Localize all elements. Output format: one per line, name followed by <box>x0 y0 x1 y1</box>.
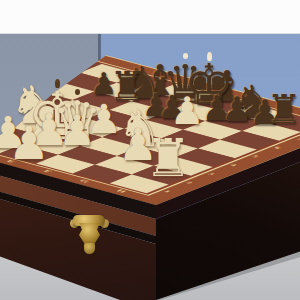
piece-light-rook[interactable]: ♜ <box>139 132 196 184</box>
light-queen-finial <box>75 89 80 95</box>
clasp-drop <box>84 243 95 254</box>
top-white-band <box>0 0 300 34</box>
rank-label-4: 4 <box>225 163 242 168</box>
rank-label-5: 5 <box>247 154 264 159</box>
scene: ABCDEFGH12345678 ♟♟♞♝♚♛♟♟♟♞♟♜♟♟♜♞♝♛♚♝♟♟♟… <box>0 0 300 300</box>
file-label-h: H <box>112 188 132 194</box>
rank-label-1: 1 <box>159 189 176 194</box>
brass-clasp[interactable] <box>71 213 108 255</box>
piece-light-pawn[interactable]: ♟ <box>4 120 55 166</box>
file-label-g: G <box>75 178 95 184</box>
piece-light-pawn[interactable]: ♟ <box>166 92 208 130</box>
rank-label-7: 7 <box>291 136 300 141</box>
dark-king-finial <box>207 52 212 61</box>
rank-label-6: 6 <box>269 145 286 150</box>
rank-label-3: 3 <box>203 171 220 176</box>
clasp-body-plate <box>79 223 100 245</box>
piece-dark-rook[interactable]: ♜ <box>262 89 300 129</box>
light-king-finial <box>55 79 60 88</box>
piece-light-pawn[interactable]: ♟ <box>54 110 100 152</box>
